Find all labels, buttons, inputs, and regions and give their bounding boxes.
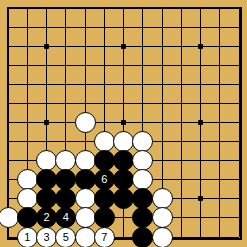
black-stone <box>94 150 115 171</box>
white-stone <box>75 112 96 133</box>
white-stone-1: 1 <box>17 227 38 247</box>
white-stone <box>152 227 173 247</box>
white-stone-3: 3 <box>36 227 57 247</box>
white-stone <box>94 131 115 152</box>
black-stone <box>132 227 153 247</box>
white-stone <box>75 150 96 171</box>
white-stone <box>75 207 96 228</box>
white-stone <box>17 188 38 209</box>
white-stone <box>75 227 96 247</box>
white-stone-5: 5 <box>55 227 76 247</box>
black-stone-6: 6 <box>94 169 115 190</box>
white-stone-7: 7 <box>94 227 115 247</box>
white-stone <box>113 131 134 152</box>
white-stone <box>75 188 96 209</box>
black-stone <box>75 169 96 190</box>
white-stone <box>152 188 173 209</box>
black-stone <box>113 150 134 171</box>
white-stone <box>17 169 38 190</box>
go-board[interactable]: 6241357 <box>0 0 247 247</box>
white-stone <box>36 150 57 171</box>
black-stone <box>94 188 115 209</box>
white-stone <box>152 207 173 228</box>
